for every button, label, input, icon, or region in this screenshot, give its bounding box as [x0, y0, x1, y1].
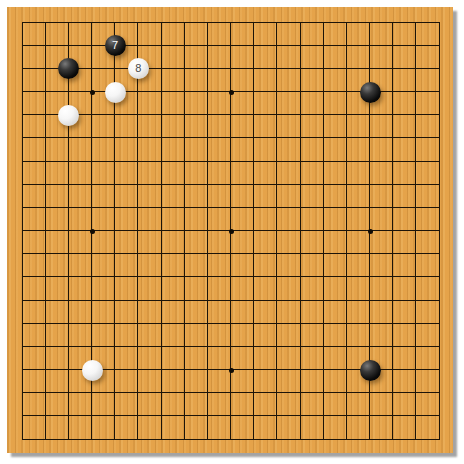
grid-line-horizontal: [22, 415, 440, 416]
grid-line-vertical: [323, 22, 324, 440]
star-point: [229, 368, 234, 373]
stone-white: [82, 360, 103, 381]
page: { "game": "Go", "board": { "size": 19, "…: [0, 0, 464, 464]
grid-line-vertical: [415, 22, 416, 440]
stone-black: [58, 58, 79, 79]
grid-line-horizontal: [22, 323, 440, 324]
star-point: [368, 229, 373, 234]
grid-line-horizontal: [22, 439, 440, 440]
grid-line-vertical: [346, 22, 347, 440]
stone-white-move-8: 8: [128, 58, 149, 79]
stone-black: [360, 360, 381, 381]
star-point: [90, 90, 95, 95]
grid-line-vertical: [300, 22, 301, 440]
grid-line-horizontal: [22, 276, 440, 277]
grid-line-horizontal: [22, 253, 440, 254]
stone-white: [58, 105, 79, 126]
grid-line-horizontal: [22, 300, 440, 301]
grid-line-horizontal: [22, 392, 440, 393]
star-point: [229, 229, 234, 234]
stone-black: [360, 82, 381, 103]
grid-line-vertical: [276, 22, 277, 440]
grid-line-horizontal: [22, 346, 440, 347]
stone-move-number: 7: [112, 40, 118, 51]
stone-move-number: 8: [135, 63, 141, 74]
stone-white: [105, 82, 126, 103]
grid-line-vertical: [253, 22, 254, 440]
go-board[interactable]: 78: [7, 7, 453, 453]
grid-line-vertical: [392, 22, 393, 440]
grid-line-vertical: [439, 22, 440, 440]
star-point: [90, 229, 95, 234]
star-point: [229, 90, 234, 95]
stone-black-move-7: 7: [105, 35, 126, 56]
